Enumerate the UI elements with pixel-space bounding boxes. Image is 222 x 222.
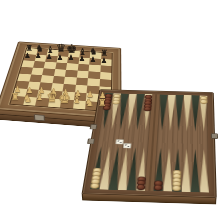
latch-icon — [90, 124, 98, 130]
checker-light[interactable] — [92, 175, 101, 181]
checker-light[interactable] — [93, 167, 102, 173]
backgammon-set — [91, 54, 213, 222]
checker-dark[interactable] — [136, 184, 145, 190]
bg-point[interactable] — [127, 147, 140, 190]
checker-light[interactable] — [173, 181, 182, 187]
bg-point[interactable] — [183, 95, 192, 131]
checker-light[interactable] — [173, 170, 182, 176]
bg-point[interactable] — [117, 147, 131, 190]
chess-square[interactable] — [72, 100, 85, 109]
bg-point[interactable] — [191, 95, 199, 131]
bg-point[interactable] — [174, 95, 183, 131]
checker-light[interactable] — [173, 177, 182, 183]
bg-point[interactable] — [99, 146, 114, 189]
bg-point[interactable] — [163, 148, 174, 192]
latch-icon — [211, 133, 218, 139]
die[interactable] — [115, 139, 123, 144]
bg-point[interactable] — [90, 146, 105, 189]
backgammon-right-half — [154, 95, 209, 193]
checker-dark[interactable] — [103, 106, 111, 111]
checker-light[interactable] — [172, 185, 181, 191]
bg-point[interactable] — [200, 149, 209, 193]
bg-point[interactable] — [166, 95, 176, 131]
checker-dark[interactable] — [137, 176, 146, 182]
bg-point[interactable] — [172, 148, 182, 192]
chess-square[interactable] — [60, 99, 74, 108]
die[interactable] — [123, 143, 131, 148]
latch-icon — [87, 138, 95, 144]
backgammon-board — [82, 89, 217, 198]
backgammon-case-front — [82, 193, 217, 204]
bg-point[interactable] — [191, 149, 200, 193]
bg-point[interactable] — [154, 148, 165, 192]
clasp-icon — [33, 114, 44, 121]
checker-light[interactable] — [91, 179, 100, 185]
product-photo: ♜♞♝♛♚♝♞♜♟♟♟♟♟♟♟♟♟♟♟♟♟♟♟♟♜♞♝♛♚♝♞♜ — [0, 0, 222, 222]
checker-light[interactable] — [200, 99, 208, 104]
checker-dark[interactable] — [143, 107, 151, 112]
checker-dark[interactable] — [154, 181, 163, 187]
checker-dark[interactable] — [136, 180, 145, 186]
backgammon-left-half — [90, 93, 152, 191]
checker-light[interactable] — [173, 173, 182, 179]
checker-light[interactable] — [90, 183, 99, 189]
bg-point[interactable] — [158, 95, 168, 131]
bg-point[interactable] — [108, 147, 122, 190]
checker-light[interactable] — [112, 100, 120, 105]
checker-dark[interactable] — [154, 185, 163, 191]
bg-point[interactable] — [181, 149, 191, 193]
checker-light[interactable] — [92, 171, 101, 177]
